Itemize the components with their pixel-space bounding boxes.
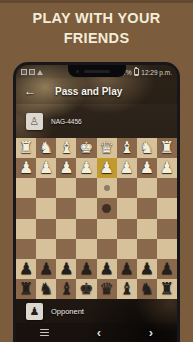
notch	[68, 65, 126, 77]
square-c6[interactable]	[117, 239, 137, 259]
black-pawn: ♟	[79, 261, 93, 277]
square-e3[interactable]	[76, 178, 96, 198]
next-move-button[interactable]: ›	[149, 326, 153, 339]
black-queen: ♛	[99, 281, 113, 297]
square-a8[interactable]: ♜	[157, 279, 177, 299]
square-b6[interactable]	[137, 239, 157, 259]
square-a2[interactable]: ♟	[157, 158, 177, 178]
square-e6[interactable]	[76, 239, 96, 259]
square-a3[interactable]	[157, 178, 177, 198]
square-d5[interactable]	[97, 219, 117, 239]
status-icons	[21, 69, 43, 75]
white-knight: ♞	[39, 140, 53, 156]
top-player-row: ♙ NAG-4456	[16, 104, 177, 138]
warning-icon	[37, 70, 43, 75]
phone-screen: 7% 12:29 p.m. ← Pass and Play ♙ NAG-4456…	[16, 65, 177, 342]
square-f3[interactable]	[56, 178, 76, 198]
square-g5[interactable]	[36, 219, 56, 239]
square-c2[interactable]: ♟	[117, 158, 137, 178]
square-f8[interactable]: ♝	[56, 279, 76, 299]
square-c4[interactable]	[117, 198, 137, 218]
square-h2[interactable]: ♟	[16, 158, 36, 178]
square-f7[interactable]: ♟	[56, 259, 76, 279]
black-king: ♚	[79, 281, 93, 297]
black-bishop: ♝	[59, 281, 73, 297]
black-pawn: ♟	[99, 261, 113, 277]
square-b8[interactable]: ♞	[137, 279, 157, 299]
white-knight: ♞	[140, 140, 154, 156]
square-b3[interactable]	[137, 178, 157, 198]
black-pawn: ♟	[120, 261, 134, 277]
white-pawn: ♟	[59, 160, 73, 176]
toolbar-title: Pass and Play	[55, 86, 122, 97]
camera-icon	[76, 70, 79, 73]
bottom-player-avatar[interactable]: ♟	[26, 303, 43, 320]
square-e5[interactable]	[76, 219, 96, 239]
black-pawn: ♟	[140, 261, 154, 277]
square-f4[interactable]	[56, 198, 76, 218]
white-bishop: ♝	[120, 140, 134, 156]
square-b5[interactable]	[137, 219, 157, 239]
white-pawn: ♟	[99, 160, 113, 176]
bottom-player-name: Opponent	[51, 307, 84, 316]
square-f2[interactable]: ♟	[56, 158, 76, 178]
square-h7[interactable]: ♟	[16, 259, 36, 279]
square-c7[interactable]: ♟	[117, 259, 137, 279]
square-b4[interactable]	[137, 198, 157, 218]
move-hint-dot[interactable]	[102, 204, 111, 213]
square-h4[interactable]	[16, 198, 36, 218]
back-button[interactable]: ←	[24, 85, 36, 97]
square-b7[interactable]: ♟	[137, 259, 157, 279]
square-a1[interactable]: ♜	[157, 138, 177, 158]
white-pawn: ♟	[79, 160, 93, 176]
square-e1[interactable]: ♚	[76, 138, 96, 158]
square-g2[interactable]: ♟	[36, 158, 56, 178]
square-g1[interactable]: ♞	[36, 138, 56, 158]
white-rook: ♜	[19, 140, 33, 156]
square-e7[interactable]: ♟	[76, 259, 96, 279]
speaker-slot	[84, 70, 110, 73]
square-h6[interactable]	[16, 239, 36, 259]
square-c8[interactable]: ♝	[117, 279, 137, 299]
square-f1[interactable]: ♝	[56, 138, 76, 158]
black-rook: ♜	[160, 281, 174, 297]
app-toolbar: ← Pass and Play	[16, 78, 177, 104]
square-c1[interactable]: ♝	[117, 138, 137, 158]
square-h3[interactable]	[16, 178, 36, 198]
chess-board: ♜♞♝♚♛♝♞♜♟♟♟♟♟♟♟♟♟♟♟♟♟♟♟♟♜♞♝♚♛♝♞♜	[16, 138, 177, 299]
square-e4[interactable]	[76, 198, 96, 218]
square-h1[interactable]: ♜	[16, 138, 36, 158]
black-knight: ♞	[140, 281, 154, 297]
bottom-nav: ‹ ›	[16, 323, 177, 342]
white-pawn: ♟	[160, 160, 174, 176]
square-g7[interactable]: ♟	[36, 259, 56, 279]
square-g6[interactable]	[36, 239, 56, 259]
square-g3[interactable]	[36, 178, 56, 198]
black-rook: ♜	[19, 281, 33, 297]
square-f6[interactable]	[56, 239, 76, 259]
status-right: 7% 12:29 p.m.	[122, 68, 172, 76]
square-b2[interactable]: ♟	[137, 158, 157, 178]
square-g4[interactable]	[36, 198, 56, 218]
top-player-name: NAG-4456	[51, 118, 82, 125]
square-g8[interactable]: ♞	[36, 279, 56, 299]
black-pawn: ♟	[59, 261, 73, 277]
black-pawn: ♟	[39, 261, 53, 277]
square-d6[interactable]	[97, 239, 117, 259]
screenshot-icon	[21, 69, 27, 75]
move-hint-dot[interactable]	[104, 185, 110, 191]
square-f5[interactable]	[56, 219, 76, 239]
black-knight: ♞	[39, 281, 53, 297]
square-e8[interactable]: ♚	[76, 279, 96, 299]
prev-move-button[interactable]: ‹	[97, 326, 101, 339]
black-pawn: ♟	[160, 261, 174, 277]
battery-icon	[134, 68, 140, 76]
black-pawn: ♟	[19, 261, 33, 277]
square-a5[interactable]	[157, 219, 177, 239]
white-queen: ♛	[99, 140, 113, 156]
top-player-avatar[interactable]: ♙	[26, 113, 43, 130]
square-e2[interactable]: ♟	[76, 158, 96, 178]
clock: 12:29 p.m.	[141, 69, 172, 76]
square-d7[interactable]: ♟	[97, 259, 117, 279]
square-d2[interactable]: ♟	[97, 158, 117, 178]
white-rook: ♜	[160, 140, 174, 156]
white-pawn: ♟	[39, 160, 53, 176]
top-strip	[0, 0, 193, 3]
white-king: ♚	[79, 140, 93, 156]
white-pawn: ♟	[140, 160, 154, 176]
square-c3[interactable]	[117, 178, 137, 198]
white-pawn: ♟	[19, 160, 33, 176]
square-a7[interactable]: ♟	[157, 259, 177, 279]
bottom-player-row: ♟ Opponent	[16, 299, 177, 323]
black-bishop: ♝	[120, 281, 134, 297]
page-title: PLAY WITH YOUR FRIENDS	[21, 8, 172, 49]
white-pawn: ♟	[120, 160, 134, 176]
square-a6[interactable]	[157, 239, 177, 259]
square-d3[interactable]	[97, 178, 117, 198]
square-d4[interactable]	[97, 198, 117, 218]
white-bishop: ♝	[59, 140, 73, 156]
phone-mockup: 7% 12:29 p.m. ← Pass and Play ♙ NAG-4456…	[13, 62, 180, 342]
square-h8[interactable]: ♜	[16, 279, 36, 299]
moves-list-icon[interactable]	[40, 329, 49, 337]
square-d1[interactable]: ♛	[97, 138, 117, 158]
square-d8[interactable]: ♛	[97, 279, 117, 299]
square-h5[interactable]	[16, 219, 36, 239]
square-c5[interactable]	[117, 219, 137, 239]
square-a4[interactable]	[157, 198, 177, 218]
storage-icon	[29, 69, 35, 75]
square-b1[interactable]: ♞	[137, 138, 157, 158]
